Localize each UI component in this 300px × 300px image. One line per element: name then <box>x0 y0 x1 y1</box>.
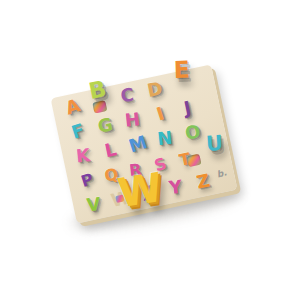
piece-l[interactable]: L <box>103 140 118 160</box>
piece-e[interactable]: E <box>173 58 190 82</box>
piece-a[interactable]: A <box>63 96 82 117</box>
piece-h[interactable]: H <box>124 110 141 129</box>
piece-z[interactable]: Z <box>195 171 212 191</box>
piece-v[interactable]: V <box>86 195 102 214</box>
piece-w[interactable]: W <box>115 167 165 213</box>
piece-n[interactable]: N <box>157 128 174 147</box>
piece-y[interactable]: Y <box>168 177 183 196</box>
slot-z[interactable]: Z <box>187 166 220 196</box>
piece-b[interactable]: B <box>87 77 108 103</box>
recess-picture-u <box>187 154 202 167</box>
slot-u[interactable]: U <box>194 139 224 169</box>
piece-k[interactable]: K <box>75 146 91 165</box>
piece-c[interactable]: C <box>120 85 135 104</box>
piece-d[interactable]: D <box>146 79 164 100</box>
piece-f[interactable]: F <box>69 121 86 142</box>
piece-i[interactable]: I <box>154 104 166 123</box>
piece-j[interactable]: J <box>182 98 192 117</box>
piece-g[interactable]: G <box>96 115 114 136</box>
piece-p[interactable]: P <box>79 171 95 190</box>
product-photo-scene: A B C D E F G H I J K L M N O P Q R <box>0 0 300 300</box>
piece-o[interactable]: O <box>183 122 202 143</box>
piece-m[interactable]: M <box>127 132 150 155</box>
piece-u[interactable]: U <box>205 133 223 155</box>
